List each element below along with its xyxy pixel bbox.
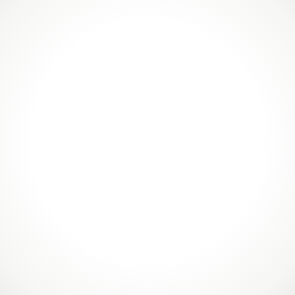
product-photo: [0, 0, 295, 295]
